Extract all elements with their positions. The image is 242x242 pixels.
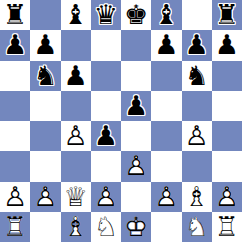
square-e5[interactable]: ♟ bbox=[121, 91, 151, 121]
square-a8[interactable]: ♜ bbox=[0, 0, 30, 30]
piece-black-king: ♚ bbox=[121, 0, 151, 30]
square-h5[interactable] bbox=[212, 91, 242, 121]
piece-black-queen: ♛ bbox=[91, 0, 121, 30]
square-g5[interactable] bbox=[182, 91, 212, 121]
square-b6[interactable]: ♞ bbox=[30, 61, 60, 91]
square-c3[interactable] bbox=[61, 151, 91, 181]
square-b4[interactable] bbox=[30, 121, 60, 151]
piece-white-pawn: ♟♙ bbox=[61, 121, 91, 151]
square-a5[interactable] bbox=[0, 91, 30, 121]
square-a2[interactable]: ♟♙ bbox=[0, 182, 30, 212]
piece-white-pawn: ♟♙ bbox=[212, 182, 242, 212]
square-d8[interactable]: ♛ bbox=[91, 0, 121, 30]
square-f5[interactable] bbox=[151, 91, 181, 121]
piece-black-pawn: ♟ bbox=[30, 30, 60, 60]
square-a3[interactable] bbox=[0, 151, 30, 181]
piece-white-pawn: ♟♙ bbox=[182, 121, 212, 151]
piece-white-rook: ♜♖ bbox=[212, 212, 242, 242]
piece-white-pawn: ♟♙ bbox=[30, 182, 60, 212]
piece-white-pawn: ♟♙ bbox=[0, 182, 30, 212]
square-g1[interactable]: ♞♘ bbox=[182, 212, 212, 242]
square-c2[interactable]: ♛♕ bbox=[61, 182, 91, 212]
piece-black-pawn: ♟ bbox=[61, 61, 91, 91]
piece-black-bishop: ♝ bbox=[61, 0, 91, 30]
square-c6[interactable]: ♟ bbox=[61, 61, 91, 91]
square-c5[interactable] bbox=[61, 91, 91, 121]
square-a7[interactable]: ♟ bbox=[0, 30, 30, 60]
piece-black-pawn: ♟ bbox=[182, 30, 212, 60]
square-d1[interactable]: ♞♘ bbox=[91, 212, 121, 242]
square-e8[interactable]: ♚ bbox=[121, 0, 151, 30]
square-d4[interactable]: ♟ bbox=[91, 121, 121, 151]
piece-black-pawn: ♟ bbox=[121, 91, 151, 121]
square-g4[interactable]: ♟♙ bbox=[182, 121, 212, 151]
piece-black-pawn: ♟ bbox=[212, 30, 242, 60]
piece-black-rook: ♜ bbox=[212, 0, 242, 30]
square-g3[interactable] bbox=[182, 151, 212, 181]
square-d6[interactable] bbox=[91, 61, 121, 91]
square-h8[interactable]: ♜ bbox=[212, 0, 242, 30]
square-e6[interactable] bbox=[121, 61, 151, 91]
square-a6[interactable] bbox=[0, 61, 30, 91]
piece-white-pawn: ♟♙ bbox=[121, 151, 151, 181]
square-f8[interactable]: ♝ bbox=[151, 0, 181, 30]
square-f1[interactable] bbox=[151, 212, 181, 242]
square-h4[interactable] bbox=[212, 121, 242, 151]
square-b3[interactable] bbox=[30, 151, 60, 181]
square-e2[interactable] bbox=[121, 182, 151, 212]
square-f3[interactable] bbox=[151, 151, 181, 181]
square-e3[interactable]: ♟♙ bbox=[121, 151, 151, 181]
piece-white-knight: ♞♘ bbox=[91, 212, 121, 242]
piece-black-knight: ♞ bbox=[182, 61, 212, 91]
piece-black-bishop: ♝ bbox=[151, 0, 181, 30]
square-d7[interactable] bbox=[91, 30, 121, 60]
square-f2[interactable]: ♟♙ bbox=[151, 182, 181, 212]
square-f6[interactable] bbox=[151, 61, 181, 91]
square-h3[interactable] bbox=[212, 151, 242, 181]
square-c7[interactable] bbox=[61, 30, 91, 60]
square-b5[interactable] bbox=[30, 91, 60, 121]
square-g2[interactable]: ♝♗ bbox=[182, 182, 212, 212]
piece-white-pawn: ♟♙ bbox=[151, 182, 181, 212]
piece-white-pawn: ♟♙ bbox=[91, 182, 121, 212]
piece-black-rook: ♜ bbox=[0, 0, 30, 30]
square-c4[interactable]: ♟♙ bbox=[61, 121, 91, 151]
square-h6[interactable] bbox=[212, 61, 242, 91]
piece-black-pawn: ♟ bbox=[0, 30, 30, 60]
piece-black-knight: ♞ bbox=[30, 61, 60, 91]
square-b2[interactable]: ♟♙ bbox=[30, 182, 60, 212]
piece-white-knight: ♞♘ bbox=[182, 212, 212, 242]
square-h1[interactable]: ♜♖ bbox=[212, 212, 242, 242]
square-a1[interactable]: ♜♖ bbox=[0, 212, 30, 242]
square-h2[interactable]: ♟♙ bbox=[212, 182, 242, 212]
square-g7[interactable]: ♟ bbox=[182, 30, 212, 60]
square-c8[interactable]: ♝ bbox=[61, 0, 91, 30]
square-e7[interactable] bbox=[121, 30, 151, 60]
square-c1[interactable]: ♝♗ bbox=[61, 212, 91, 242]
square-b8[interactable] bbox=[30, 0, 60, 30]
square-e4[interactable] bbox=[121, 121, 151, 151]
square-f4[interactable] bbox=[151, 121, 181, 151]
square-d5[interactable] bbox=[91, 91, 121, 121]
piece-white-king: ♚♔ bbox=[121, 212, 151, 242]
piece-white-bishop: ♝♗ bbox=[182, 182, 212, 212]
chess-board: ♜♝♛♚♝♜♟♟♟♟♟♞♟♞♟♟♙♟♟♙♟♙♟♙♟♙♛♕♟♙♟♙♝♗♟♙♜♖♝♗… bbox=[0, 0, 242, 242]
square-h7[interactable]: ♟ bbox=[212, 30, 242, 60]
square-f7[interactable]: ♟ bbox=[151, 30, 181, 60]
square-d2[interactable]: ♟♙ bbox=[91, 182, 121, 212]
square-e1[interactable]: ♚♔ bbox=[121, 212, 151, 242]
square-a4[interactable] bbox=[0, 121, 30, 151]
piece-white-queen: ♛♕ bbox=[61, 182, 91, 212]
square-g8[interactable] bbox=[182, 0, 212, 30]
square-g6[interactable]: ♞ bbox=[182, 61, 212, 91]
square-b1[interactable] bbox=[30, 212, 60, 242]
square-d3[interactable] bbox=[91, 151, 121, 181]
piece-black-pawn: ♟ bbox=[151, 30, 181, 60]
piece-white-rook: ♜♖ bbox=[0, 212, 30, 242]
piece-white-bishop: ♝♗ bbox=[61, 212, 91, 242]
piece-black-pawn: ♟ bbox=[91, 121, 121, 151]
square-b7[interactable]: ♟ bbox=[30, 30, 60, 60]
